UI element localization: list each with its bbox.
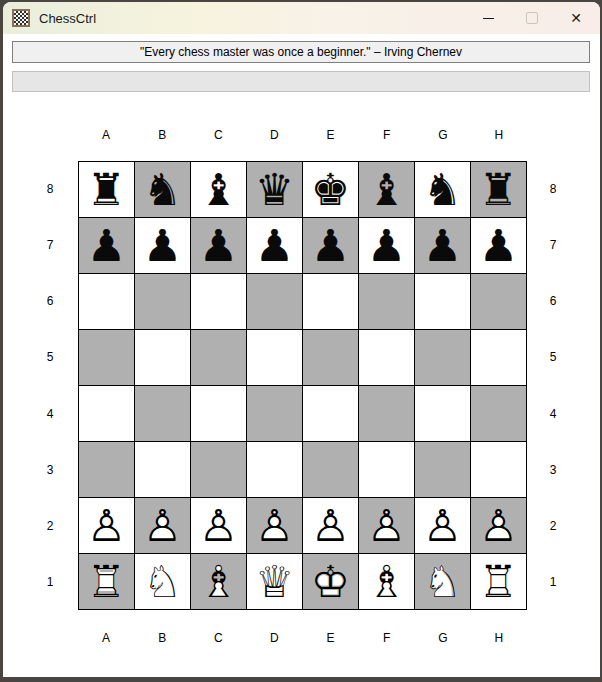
file-label-e: E <box>303 128 359 142</box>
rank-label-7: 7 <box>543 217 563 273</box>
square-c6[interactable] <box>191 274 246 329</box>
square-f5[interactable] <box>359 330 414 385</box>
rank-label-2: 2 <box>543 498 563 554</box>
square-g3[interactable] <box>415 442 470 497</box>
close-icon: ✕ <box>570 11 582 25</box>
square-g5[interactable] <box>415 330 470 385</box>
square-d8[interactable]: ♛ <box>247 162 302 217</box>
square-a2[interactable]: ♟♙ <box>79 498 134 553</box>
file-label-g: G <box>415 128 471 142</box>
file-label-d: D <box>246 128 302 142</box>
square-a4[interactable] <box>79 386 134 441</box>
square-d2[interactable]: ♟♙ <box>247 498 302 553</box>
piece-black-pawn: ♟ <box>247 218 302 273</box>
file-label-c: C <box>190 128 246 142</box>
square-f6[interactable] <box>359 274 414 329</box>
window-controls: ✕ <box>466 2 598 34</box>
square-h1[interactable]: ♜♖ <box>471 554 526 609</box>
square-f4[interactable] <box>359 386 414 441</box>
square-d1[interactable]: ♛♕ <box>247 554 302 609</box>
square-e3[interactable] <box>303 442 358 497</box>
square-g6[interactable] <box>415 274 470 329</box>
square-g8[interactable]: ♞ <box>415 162 470 217</box>
square-a3[interactable] <box>79 442 134 497</box>
rank-label-5: 5 <box>543 329 563 385</box>
file-label-f: F <box>359 128 415 142</box>
piece-white-pawn: ♟♙ <box>303 498 358 553</box>
piece-black-queen: ♛ <box>247 162 302 217</box>
maximize-button <box>510 2 554 34</box>
piece-white-pawn: ♟♙ <box>471 498 526 553</box>
piece-white-knight: ♞♘ <box>135 554 190 609</box>
square-b1[interactable]: ♞♘ <box>135 554 190 609</box>
piece-black-pawn: ♟ <box>471 218 526 273</box>
square-d6[interactable] <box>247 274 302 329</box>
square-c4[interactable] <box>191 386 246 441</box>
piece-white-knight: ♞♘ <box>415 554 470 609</box>
square-h2[interactable]: ♟♙ <box>471 498 526 553</box>
app-window: ChessCtrl ✕ "Every chess master was once… <box>3 2 600 677</box>
minimize-button[interactable] <box>466 2 510 34</box>
rank-label-4: 4 <box>543 386 563 442</box>
square-b7[interactable]: ♟ <box>135 218 190 273</box>
square-e5[interactable] <box>303 330 358 385</box>
piece-black-pawn: ♟ <box>415 218 470 273</box>
square-e1[interactable]: ♚♔ <box>303 554 358 609</box>
rank-label-6: 6 <box>40 273 60 329</box>
piece-white-bishop: ♝♗ <box>359 554 414 609</box>
square-h3[interactable] <box>471 442 526 497</box>
square-e8[interactable]: ♚ <box>303 162 358 217</box>
piece-white-pawn: ♟♙ <box>79 498 134 553</box>
file-label-a: A <box>78 631 134 645</box>
file-labels-top: ABCDEFGH <box>78 128 527 142</box>
file-label-d: D <box>246 631 302 645</box>
piece-black-bishop: ♝ <box>359 162 414 217</box>
square-a5[interactable] <box>79 330 134 385</box>
square-h4[interactable] <box>471 386 526 441</box>
file-labels-bottom: ABCDEFGH <box>78 631 527 645</box>
square-a6[interactable] <box>79 274 134 329</box>
square-h6[interactable] <box>471 274 526 329</box>
square-e4[interactable] <box>303 386 358 441</box>
file-label-h: H <box>471 128 527 142</box>
square-g1[interactable]: ♞♘ <box>415 554 470 609</box>
square-b2[interactable]: ♟♙ <box>135 498 190 553</box>
rank-label-8: 8 <box>543 161 563 217</box>
file-label-b: B <box>134 631 190 645</box>
progress-bar <box>12 71 590 92</box>
piece-black-king: ♚ <box>303 162 358 217</box>
square-d5[interactable] <box>247 330 302 385</box>
chess-board: ♜♞♝♛♚♝♞♜♟♟♟♟♟♟♟♟♟♙♟♙♟♙♟♙♟♙♟♙♟♙♟♙♜♖♞♘♝♗♛♕… <box>78 161 527 610</box>
file-label-h: H <box>471 631 527 645</box>
square-h7[interactable]: ♟ <box>471 218 526 273</box>
file-label-e: E <box>303 631 359 645</box>
square-f7[interactable]: ♟ <box>359 218 414 273</box>
file-label-c: C <box>190 631 246 645</box>
square-b3[interactable] <box>135 442 190 497</box>
rank-label-6: 6 <box>543 273 563 329</box>
square-h5[interactable] <box>471 330 526 385</box>
rank-labels-right: 87654321 <box>543 161 563 610</box>
square-g4[interactable] <box>415 386 470 441</box>
square-d4[interactable] <box>247 386 302 441</box>
square-c1[interactable]: ♝♗ <box>191 554 246 609</box>
square-d7[interactable]: ♟ <box>247 218 302 273</box>
piece-black-bishop: ♝ <box>191 162 246 217</box>
piece-white-bishop: ♝♗ <box>191 554 246 609</box>
maximize-icon <box>526 12 538 24</box>
file-label-f: F <box>359 631 415 645</box>
file-label-a: A <box>78 128 134 142</box>
square-f3[interactable] <box>359 442 414 497</box>
square-c8[interactable]: ♝ <box>191 162 246 217</box>
piece-black-pawn: ♟ <box>135 218 190 273</box>
piece-white-pawn: ♟♙ <box>135 498 190 553</box>
square-e2[interactable]: ♟♙ <box>303 498 358 553</box>
square-c5[interactable] <box>191 330 246 385</box>
minimize-icon <box>483 18 494 19</box>
title-bar: ChessCtrl ✕ <box>3 2 600 34</box>
close-button[interactable]: ✕ <box>554 2 598 34</box>
piece-black-knight: ♞ <box>415 162 470 217</box>
rank-label-3: 3 <box>543 442 563 498</box>
quote-bar: "Every chess master was once a beginner.… <box>12 41 590 63</box>
piece-white-pawn: ♟♙ <box>359 498 414 553</box>
square-d3[interactable] <box>247 442 302 497</box>
piece-black-pawn: ♟ <box>359 218 414 273</box>
quote-text: "Every chess master was once a beginner.… <box>140 45 462 59</box>
piece-white-king: ♚♔ <box>303 554 358 609</box>
piece-white-rook: ♜♖ <box>79 554 134 609</box>
piece-white-rook: ♜♖ <box>471 554 526 609</box>
rank-label-4: 4 <box>40 386 60 442</box>
rank-label-1: 1 <box>40 554 60 610</box>
rank-label-7: 7 <box>40 217 60 273</box>
square-c7[interactable]: ♟ <box>191 218 246 273</box>
square-e7[interactable]: ♟ <box>303 218 358 273</box>
rank-labels-left: 87654321 <box>40 161 60 610</box>
chessboard-app-icon <box>12 9 30 27</box>
square-a1[interactable]: ♜♖ <box>79 554 134 609</box>
piece-white-pawn: ♟♙ <box>415 498 470 553</box>
window-title: ChessCtrl <box>39 11 96 26</box>
square-b5[interactable] <box>135 330 190 385</box>
rank-label-3: 3 <box>40 442 60 498</box>
square-f2[interactable]: ♟♙ <box>359 498 414 553</box>
square-b8[interactable]: ♞ <box>135 162 190 217</box>
square-a8[interactable]: ♜ <box>79 162 134 217</box>
square-g7[interactable]: ♟ <box>415 218 470 273</box>
rank-label-2: 2 <box>40 498 60 554</box>
piece-black-rook: ♜ <box>471 162 526 217</box>
piece-white-queen: ♛♕ <box>247 554 302 609</box>
square-f8[interactable]: ♝ <box>359 162 414 217</box>
rank-label-5: 5 <box>40 329 60 385</box>
square-e6[interactable] <box>303 274 358 329</box>
square-b4[interactable] <box>135 386 190 441</box>
rank-label-1: 1 <box>543 554 563 610</box>
square-h8[interactable]: ♜ <box>471 162 526 217</box>
piece-white-pawn: ♟♙ <box>191 498 246 553</box>
square-f1[interactable]: ♝♗ <box>359 554 414 609</box>
square-a7[interactable]: ♟ <box>79 218 134 273</box>
file-label-g: G <box>415 631 471 645</box>
square-c2[interactable]: ♟♙ <box>191 498 246 553</box>
piece-black-pawn: ♟ <box>191 218 246 273</box>
rank-label-8: 8 <box>40 161 60 217</box>
piece-black-knight: ♞ <box>135 162 190 217</box>
piece-black-pawn: ♟ <box>79 218 134 273</box>
piece-white-pawn: ♟♙ <box>247 498 302 553</box>
square-g2[interactable]: ♟♙ <box>415 498 470 553</box>
piece-black-pawn: ♟ <box>303 218 358 273</box>
piece-black-rook: ♜ <box>79 162 134 217</box>
square-c3[interactable] <box>191 442 246 497</box>
square-b6[interactable] <box>135 274 190 329</box>
file-label-b: B <box>134 128 190 142</box>
